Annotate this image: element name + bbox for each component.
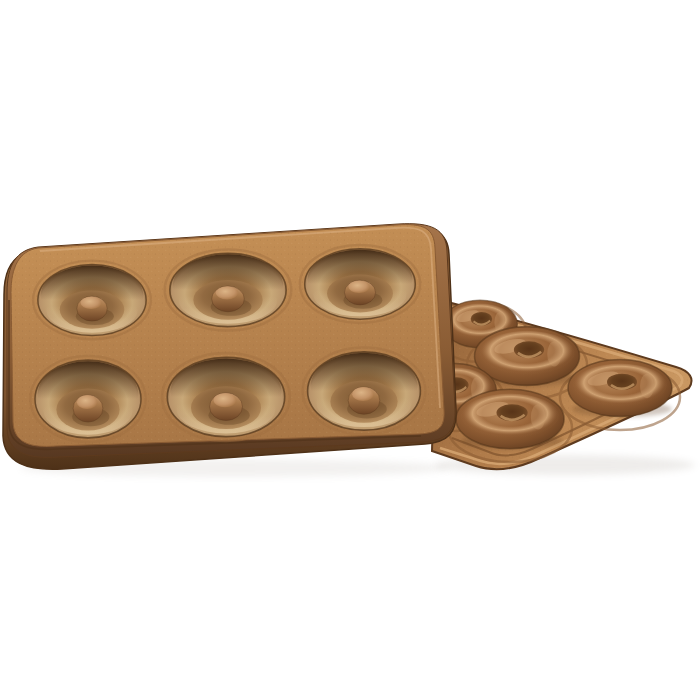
bump-3 [568,359,672,416]
cavity-2 [165,249,291,330]
cavity-5 [162,353,290,441]
cavity-6 [303,348,426,435]
donut-pan-front [3,224,456,470]
product-photo: Two-piece copper nonstick donut baking p… [0,0,700,700]
cavity-1 [33,261,151,340]
cavity-4 [30,356,145,442]
cavity-3 [300,245,420,323]
bump-4 [456,389,564,448]
product-photo-canvas [0,0,700,700]
